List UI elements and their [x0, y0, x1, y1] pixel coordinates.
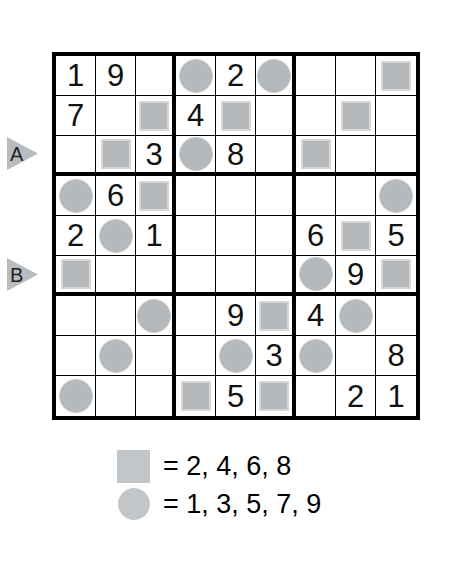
cell-r3c2[interactable]	[96, 136, 136, 176]
given-digit: 1	[145, 220, 162, 251]
even-marker	[301, 139, 331, 169]
legend-even-text: = 2, 4, 6, 8	[163, 453, 291, 480]
cell-r4c6[interactable]	[256, 176, 296, 216]
legend-row-odd: = 1, 3, 5, 7, 9	[117, 488, 321, 520]
cell-r7c5[interactable]: 9	[216, 296, 256, 336]
cell-r6c2[interactable]	[96, 256, 136, 296]
given-digit: 7	[67, 100, 84, 131]
cell-r1c6[interactable]	[256, 56, 296, 96]
cell-r9c8[interactable]: 2	[336, 376, 376, 416]
odd-marker	[137, 299, 171, 333]
cell-r5c3[interactable]: 1	[136, 216, 176, 256]
given-digit: 9	[227, 300, 244, 331]
cell-r2c3[interactable]	[136, 96, 176, 136]
cell-r3c4[interactable]	[176, 136, 216, 176]
cell-r7c6[interactable]	[256, 296, 296, 336]
sudoku-grid: 19274386216599438521	[52, 52, 420, 420]
cell-r6c1[interactable]	[56, 256, 96, 296]
given-digit: 3	[265, 340, 282, 371]
odd-marker	[59, 379, 93, 413]
cell-r1c7[interactable]	[296, 56, 336, 96]
puzzle-page: A B 19274386216599438521 = 2, 4, 6, 8 = …	[0, 0, 469, 566]
cell-r6c5[interactable]	[216, 256, 256, 296]
cell-r7c3[interactable]	[136, 296, 176, 336]
cell-r1c4[interactable]	[176, 56, 216, 96]
odd-marker	[179, 137, 213, 171]
cell-r7c7[interactable]: 4	[296, 296, 336, 336]
odd-marker	[379, 179, 413, 213]
cell-r6c4[interactable]	[176, 256, 216, 296]
cell-r9c6[interactable]	[256, 376, 296, 416]
cell-r8c4[interactable]	[176, 336, 216, 376]
given-digit: 2	[347, 381, 364, 412]
cell-r9c5[interactable]: 5	[216, 376, 256, 416]
odd-marker	[179, 59, 213, 93]
cell-r4c8[interactable]	[336, 176, 376, 216]
cell-r1c8[interactable]	[336, 56, 376, 96]
cell-r3c1[interactable]	[56, 136, 96, 176]
odd-marker	[299, 257, 333, 291]
cell-r2c5[interactable]	[216, 96, 256, 136]
cell-r3c7[interactable]	[296, 136, 336, 176]
cell-r6c6[interactable]	[256, 256, 296, 296]
row-label-b: B	[7, 258, 38, 291]
even-marker	[341, 221, 371, 251]
cell-r7c1[interactable]	[56, 296, 96, 336]
legend-odd-text: = 1, 3, 5, 7, 9	[163, 491, 321, 518]
cell-r5c8[interactable]	[336, 216, 376, 256]
given-digit: 9	[107, 60, 124, 91]
given-digit: 2	[227, 60, 244, 91]
cell-r4c9[interactable]	[376, 176, 416, 216]
even-marker	[381, 61, 411, 91]
even-marker	[139, 181, 169, 211]
cell-r9c2[interactable]	[96, 376, 136, 416]
even-marker	[259, 381, 289, 411]
cell-r5c7[interactable]: 6	[296, 216, 336, 256]
cell-r5c6[interactable]	[256, 216, 296, 256]
cell-r7c9[interactable]	[376, 296, 416, 336]
given-digit: 6	[307, 220, 324, 251]
cell-r4c2[interactable]: 6	[96, 176, 136, 216]
cell-r9c7[interactable]	[296, 376, 336, 416]
cell-r8c9[interactable]: 8	[376, 336, 416, 376]
cell-r4c3[interactable]	[136, 176, 176, 216]
given-digit: 4	[307, 300, 324, 331]
given-digit: 3	[145, 139, 162, 170]
given-digit: 1	[387, 381, 404, 412]
given-digit: 8	[387, 340, 404, 371]
legend-row-even: = 2, 4, 6, 8	[117, 450, 321, 483]
cell-r4c5[interactable]	[216, 176, 256, 216]
even-marker	[221, 101, 251, 131]
odd-marker	[99, 219, 133, 253]
odd-marker	[339, 299, 373, 333]
cell-r3c5[interactable]: 8	[216, 136, 256, 176]
cell-r3c6[interactable]	[256, 136, 296, 176]
even-marker	[181, 381, 211, 411]
odd-marker	[59, 179, 93, 213]
given-digit: 6	[107, 180, 124, 211]
even-marker	[341, 101, 371, 131]
given-digit: 8	[227, 139, 244, 170]
cell-r5c5[interactable]	[216, 216, 256, 256]
cell-r8c6[interactable]: 3	[256, 336, 296, 376]
given-digit: 1	[67, 60, 84, 91]
cell-r8c3[interactable]	[136, 336, 176, 376]
even-marker	[259, 301, 289, 331]
cell-r8c7[interactable]	[296, 336, 336, 376]
cell-r6c8[interactable]: 9	[336, 256, 376, 296]
cell-r9c9[interactable]: 1	[376, 376, 416, 416]
cell-r1c2[interactable]: 9	[96, 56, 136, 96]
cell-r2c9[interactable]	[376, 96, 416, 136]
cell-r5c4[interactable]	[176, 216, 216, 256]
even-marker	[61, 259, 91, 289]
cell-r5c1[interactable]: 2	[56, 216, 96, 256]
cell-r1c9[interactable]	[376, 56, 416, 96]
cell-r7c4[interactable]	[176, 296, 216, 336]
even-marker	[101, 139, 131, 169]
cell-r2c1[interactable]: 7	[56, 96, 96, 136]
cell-r6c3[interactable]	[136, 256, 176, 296]
odd-circle-icon	[118, 488, 150, 520]
cell-r7c2[interactable]	[96, 296, 136, 336]
cell-r2c8[interactable]	[336, 96, 376, 136]
cell-r4c1[interactable]	[56, 176, 96, 216]
odd-marker	[219, 339, 253, 373]
cell-r8c2[interactable]	[96, 336, 136, 376]
even-square-icon	[117, 450, 150, 483]
given-digit: 5	[387, 220, 404, 251]
given-digit: 9	[347, 259, 364, 290]
cell-r5c2[interactable]	[96, 216, 136, 256]
row-label-a: A	[7, 137, 38, 170]
cell-r1c1[interactable]: 1	[56, 56, 96, 96]
cell-r2c4[interactable]: 4	[176, 96, 216, 136]
cell-r5c9[interactable]: 5	[376, 216, 416, 256]
cell-r6c7[interactable]	[296, 256, 336, 296]
cell-r3c9[interactable]	[376, 136, 416, 176]
row-label-a-letter: A	[10, 143, 23, 163]
cell-r7c8[interactable]	[336, 296, 376, 336]
even-marker	[381, 259, 411, 289]
odd-marker	[99, 339, 133, 373]
cell-r9c4[interactable]	[176, 376, 216, 416]
given-digit: 2	[67, 220, 84, 251]
cell-r9c1[interactable]	[56, 376, 96, 416]
cell-r4c7[interactable]	[296, 176, 336, 216]
cell-r3c8[interactable]	[336, 136, 376, 176]
given-digit: 4	[187, 100, 204, 131]
legend: = 2, 4, 6, 8 = 1, 3, 5, 7, 9	[117, 450, 321, 520]
cell-r6c9[interactable]	[376, 256, 416, 296]
even-marker	[139, 101, 169, 131]
row-label-b-letter: B	[10, 264, 23, 284]
odd-marker	[299, 339, 333, 373]
cell-r4c4[interactable]	[176, 176, 216, 216]
odd-marker	[257, 59, 291, 93]
cell-r3c3[interactable]: 3	[136, 136, 176, 176]
cell-r2c2[interactable]	[96, 96, 136, 136]
cell-r8c5[interactable]	[216, 336, 256, 376]
cell-r1c5[interactable]: 2	[216, 56, 256, 96]
cell-r2c6[interactable]	[256, 96, 296, 136]
cell-r8c8[interactable]	[336, 336, 376, 376]
cell-r2c7[interactable]	[296, 96, 336, 136]
cell-r8c1[interactable]	[56, 336, 96, 376]
cell-r1c3[interactable]	[136, 56, 176, 96]
cell-r9c3[interactable]	[136, 376, 176, 416]
given-digit: 5	[227, 381, 244, 412]
